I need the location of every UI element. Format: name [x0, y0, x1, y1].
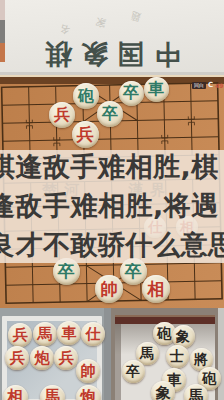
board-branding-photo: 名 家 题 中国象棋: [0, 0, 224, 75]
xiangqi-piece-red: 相: [142, 275, 170, 303]
xiangqi-article-image: 名 家 题 中国象棋 楚河 漢界: [0, 0, 224, 400]
upside-down-calligraphy: 中国象棋: [30, 42, 180, 72]
xiangqi-piece-red: 兵: [5, 346, 29, 370]
caption-line-3: 良才不敢骄什么意思: [0, 229, 224, 261]
xiangqi-piece-red: 兵: [54, 346, 78, 370]
xiangqi-piece-red: 車: [57, 321, 81, 345]
photo-edge-strip: [0, 20, 5, 43]
xiangqi-piece-red: 仕: [81, 322, 105, 346]
caption-overlay: 棋逢敌手难相胜,棋 逢敌手难相胜,将遇 良才不敢骄什么意思: [0, 150, 224, 263]
xiangqi-piece-red: 兵: [72, 121, 99, 148]
faint-seal-mark: 家: [94, 14, 107, 30]
xiangqi-piece-red: 帥: [95, 275, 123, 303]
xiangqi-piece-red: 帥: [76, 359, 100, 383]
xiangqi-piece-black: 卒: [119, 81, 144, 106]
faint-seal-mark: 题: [129, 8, 142, 24]
caption-line-2: 逢敌手难相胜,将遇: [0, 190, 219, 222]
xiangqi-piece-black: 卒: [97, 101, 123, 127]
xiangqi-piece-black: 砲: [73, 83, 99, 109]
xiangqi-piece-red: 兵: [49, 102, 75, 128]
xiangqi-piece-black: 車: [144, 77, 169, 102]
xiangqi-piece-black: 象: [172, 325, 195, 348]
caption-line-1: 棋逢敌手难相胜,棋: [0, 151, 219, 183]
xiangqi-piece-black: 士: [166, 345, 189, 368]
photo-edge-strip: [0, 43, 5, 62]
photo-edge-strip: [0, 0, 5, 20]
xiangqi-piece-red: 兵: [8, 323, 32, 347]
xiangqi-piece-black: 象: [151, 381, 175, 400]
piece-box-photos: 兵馬車仕兵炮兵帥相馬炮 砲象馬士將卒車砲象馬: [0, 308, 224, 400]
faint-seal-mark: 名: [58, 21, 71, 37]
xiangqi-piece-black: 卒: [122, 360, 145, 383]
xiangqi-piece-red: 炮: [30, 346, 54, 370]
xiangqi-piece-red: 馬: [33, 322, 57, 346]
